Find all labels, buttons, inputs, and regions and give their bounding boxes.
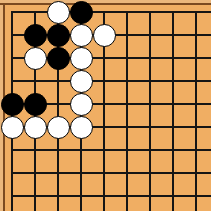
point-c1[interactable] (47, 1, 70, 24)
point-b1[interactable] (24, 1, 47, 24)
point-g5[interactable] (139, 93, 162, 116)
go-stone-white[interactable] (24, 47, 47, 70)
board-points (1, 1, 208, 208)
point-a4[interactable] (1, 70, 24, 93)
point-f9[interactable] (116, 185, 139, 208)
point-f3[interactable] (116, 47, 139, 70)
go-stone-white[interactable] (70, 47, 93, 70)
go-stone-white[interactable] (47, 116, 70, 139)
point-i5[interactable] (185, 93, 208, 116)
point-h9[interactable] (162, 185, 185, 208)
point-f5[interactable] (116, 93, 139, 116)
point-g3[interactable] (139, 47, 162, 70)
point-g2[interactable] (139, 24, 162, 47)
point-b6[interactable] (24, 116, 47, 139)
go-stone-black[interactable] (24, 24, 47, 47)
point-e1[interactable] (93, 1, 116, 24)
point-a7[interactable] (1, 139, 24, 162)
point-d3[interactable] (70, 47, 93, 70)
point-g6[interactable] (139, 116, 162, 139)
point-e7[interactable] (93, 139, 116, 162)
point-h5[interactable] (162, 93, 185, 116)
go-stone-black[interactable] (24, 93, 47, 116)
point-b5[interactable] (24, 93, 47, 116)
point-e5[interactable] (93, 93, 116, 116)
point-h3[interactable] (162, 47, 185, 70)
point-c6[interactable] (47, 116, 70, 139)
point-g8[interactable] (139, 162, 162, 185)
point-i7[interactable] (185, 139, 208, 162)
point-e8[interactable] (93, 162, 116, 185)
point-f6[interactable] (116, 116, 139, 139)
point-c7[interactable] (47, 139, 70, 162)
point-i6[interactable] (185, 116, 208, 139)
point-i8[interactable] (185, 162, 208, 185)
point-d6[interactable] (70, 116, 93, 139)
go-stone-white[interactable] (93, 24, 116, 47)
point-d4[interactable] (70, 70, 93, 93)
point-d2[interactable] (70, 24, 93, 47)
point-a5[interactable] (1, 93, 24, 116)
point-h2[interactable] (162, 24, 185, 47)
point-c8[interactable] (47, 162, 70, 185)
point-a2[interactable] (1, 24, 24, 47)
point-i3[interactable] (185, 47, 208, 70)
point-a1[interactable] (1, 1, 24, 24)
point-e9[interactable] (93, 185, 116, 208)
go-stone-white[interactable] (47, 1, 70, 24)
point-c3[interactable] (47, 47, 70, 70)
point-i2[interactable] (185, 24, 208, 47)
point-b9[interactable] (24, 185, 47, 208)
point-e4[interactable] (93, 70, 116, 93)
point-d1[interactable] (70, 1, 93, 24)
point-g7[interactable] (139, 139, 162, 162)
point-g1[interactable] (139, 1, 162, 24)
go-stone-white[interactable] (70, 93, 93, 116)
point-d5[interactable] (70, 93, 93, 116)
point-a8[interactable] (1, 162, 24, 185)
go-stone-black[interactable] (1, 93, 24, 116)
point-c4[interactable] (47, 70, 70, 93)
go-stone-white[interactable] (24, 116, 47, 139)
point-h4[interactable] (162, 70, 185, 93)
point-b4[interactable] (24, 70, 47, 93)
point-f8[interactable] (116, 162, 139, 185)
point-e6[interactable] (93, 116, 116, 139)
point-a6[interactable] (1, 116, 24, 139)
point-f2[interactable] (116, 24, 139, 47)
point-b8[interactable] (24, 162, 47, 185)
point-i4[interactable] (185, 70, 208, 93)
point-b3[interactable] (24, 47, 47, 70)
go-stone-white[interactable] (1, 116, 24, 139)
point-d9[interactable] (70, 185, 93, 208)
point-c5[interactable] (47, 93, 70, 116)
point-d7[interactable] (70, 139, 93, 162)
point-a9[interactable] (1, 185, 24, 208)
goban[interactable] (0, 0, 211, 211)
point-a3[interactable] (1, 47, 24, 70)
point-b2[interactable] (24, 24, 47, 47)
go-stone-black[interactable] (47, 47, 70, 70)
point-c9[interactable] (47, 185, 70, 208)
go-stone-white[interactable] (70, 116, 93, 139)
point-f1[interactable] (116, 1, 139, 24)
point-h6[interactable] (162, 116, 185, 139)
go-stone-white[interactable] (70, 24, 93, 47)
point-c2[interactable] (47, 24, 70, 47)
point-i1[interactable] (185, 1, 208, 24)
go-stone-white[interactable] (70, 70, 93, 93)
point-g4[interactable] (139, 70, 162, 93)
point-g9[interactable] (139, 185, 162, 208)
go-stone-black[interactable] (70, 1, 93, 24)
point-f4[interactable] (116, 70, 139, 93)
point-e2[interactable] (93, 24, 116, 47)
point-e3[interactable] (93, 47, 116, 70)
point-h1[interactable] (162, 1, 185, 24)
point-h8[interactable] (162, 162, 185, 185)
point-d8[interactable] (70, 162, 93, 185)
go-stone-black[interactable] (47, 24, 70, 47)
point-i9[interactable] (185, 185, 208, 208)
point-b7[interactable] (24, 139, 47, 162)
point-f7[interactable] (116, 139, 139, 162)
point-h7[interactable] (162, 139, 185, 162)
